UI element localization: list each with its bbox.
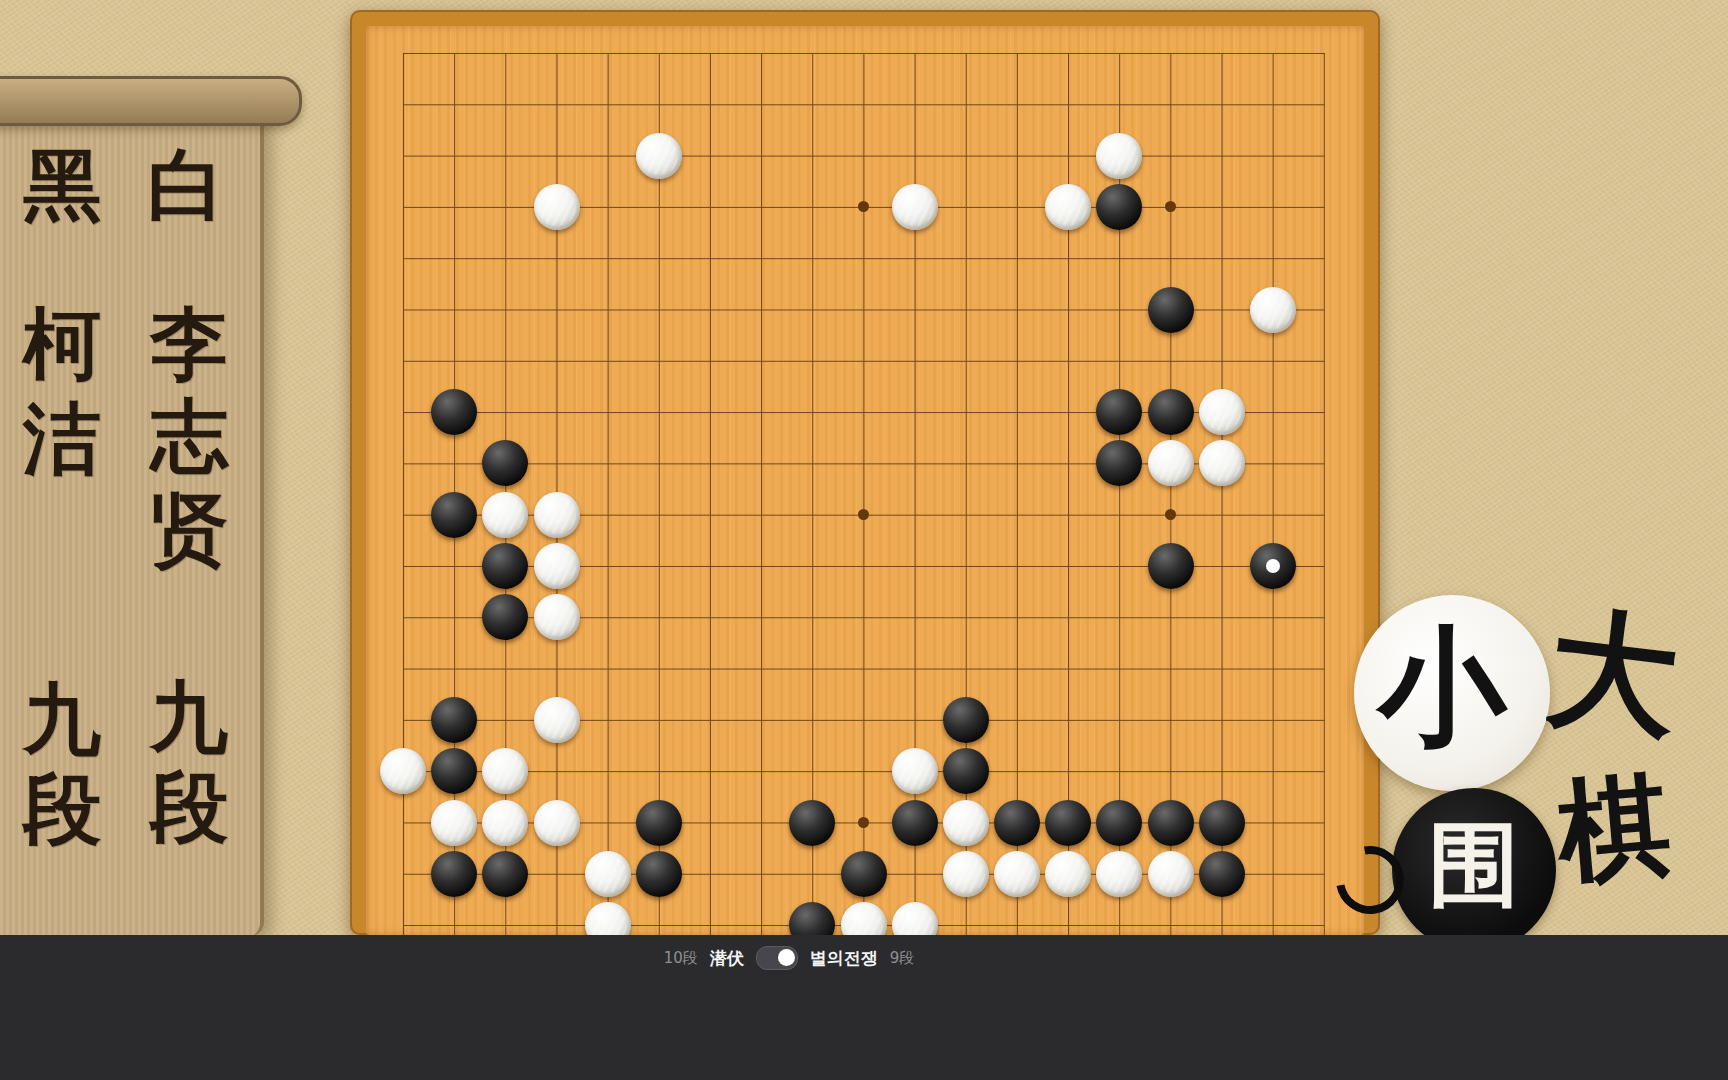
- white-stone: [636, 133, 682, 179]
- scroll-character: 段: [23, 770, 101, 848]
- white-stone: [892, 748, 938, 794]
- black-stone: [1148, 800, 1194, 846]
- scroll-character: 贤: [150, 490, 228, 568]
- scroll-character: 白: [147, 146, 225, 224]
- white-stone: [1148, 440, 1194, 486]
- black-stone: [636, 851, 682, 897]
- color-toggle[interactable]: [756, 946, 798, 970]
- black-stone: [994, 800, 1040, 846]
- black-stone: [1148, 287, 1194, 333]
- last-move-marker: [1266, 559, 1280, 573]
- white-stone: [994, 851, 1040, 897]
- black-stone: [431, 389, 477, 435]
- white-stone: [1199, 440, 1245, 486]
- black-stone: [482, 543, 528, 589]
- black-stone: [1045, 800, 1091, 846]
- black-stone: [789, 800, 835, 846]
- scroll-character: 黑: [23, 146, 101, 224]
- logo-char-small: 小: [1378, 622, 1506, 750]
- white-stone: [1199, 389, 1245, 435]
- white-stone: [482, 800, 528, 846]
- white-stone: [943, 851, 989, 897]
- black-stone: [482, 851, 528, 897]
- scroll-character: 九: [23, 680, 101, 758]
- logo-char-wei: 围: [1428, 818, 1520, 910]
- black-stone: [1148, 389, 1194, 435]
- white-stone: [1045, 851, 1091, 897]
- black-stone: [1096, 184, 1142, 230]
- bottom-status-bar: 10段 潜伏 별의전쟁 9段: [0, 935, 1728, 1080]
- board-grid: [403, 53, 1325, 935]
- black-stone: [841, 851, 887, 897]
- scroll-character: 九: [150, 678, 228, 756]
- left-player-name: 潜伏: [710, 947, 744, 970]
- white-stone: [431, 800, 477, 846]
- white-stone: [892, 184, 938, 230]
- black-stone: [943, 748, 989, 794]
- white-stone: [1045, 184, 1091, 230]
- white-stone: [1148, 851, 1194, 897]
- black-stone: [1096, 800, 1142, 846]
- logo-char-big: 大: [1541, 601, 1686, 746]
- left-player-rank: 10段: [664, 949, 698, 968]
- white-stone: [534, 594, 580, 640]
- star-point: [858, 817, 869, 828]
- black-stone: [431, 851, 477, 897]
- white-stone: [1096, 851, 1142, 897]
- logo-char-qi: 棋: [1553, 767, 1674, 888]
- scroll-character: 志: [150, 397, 228, 475]
- black-stone: [431, 697, 477, 743]
- scroll-character: 段: [150, 768, 228, 846]
- toggle-knob-icon: [778, 949, 795, 966]
- black-stone: [1199, 800, 1245, 846]
- white-stone: [585, 851, 631, 897]
- white-stone: [534, 543, 580, 589]
- right-player-name: 별의전쟁: [810, 947, 878, 970]
- scroll-character: 李: [150, 305, 228, 383]
- white-stone: [943, 800, 989, 846]
- white-stone: [482, 492, 528, 538]
- black-stone-last-move: [1250, 543, 1296, 589]
- black-stone: [1148, 543, 1194, 589]
- black-stone: [943, 697, 989, 743]
- scroll-character: 洁: [23, 400, 101, 478]
- white-stone: [380, 748, 426, 794]
- white-stone: [1250, 287, 1296, 333]
- black-stone: [636, 800, 682, 846]
- scroll-character: 柯: [23, 305, 101, 383]
- white-stone: [534, 492, 580, 538]
- right-player-rank: 9段: [890, 949, 915, 968]
- white-stone: [534, 800, 580, 846]
- black-stone: [431, 492, 477, 538]
- white-stone: [1096, 133, 1142, 179]
- black-stone: [1199, 851, 1245, 897]
- white-stone: [534, 697, 580, 743]
- black-stone: [892, 800, 938, 846]
- white-stone: [534, 184, 580, 230]
- scroll-roller: [0, 76, 302, 126]
